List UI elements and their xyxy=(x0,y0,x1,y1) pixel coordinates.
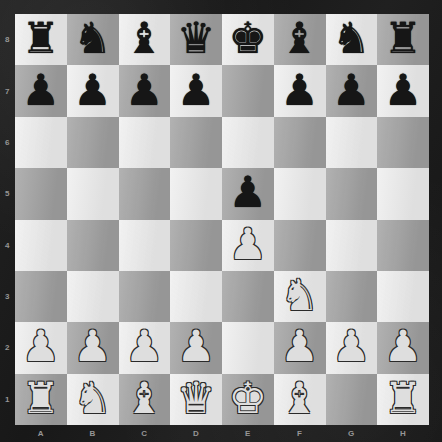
white-pawn-icon: ♟ xyxy=(125,325,164,368)
square-b6[interactable] xyxy=(67,117,119,168)
white-pawn-icon: ♟ xyxy=(73,325,112,368)
black-pawn-icon: ♟ xyxy=(177,69,216,112)
square-b4[interactable] xyxy=(67,220,119,271)
white-pawn-icon: ♟ xyxy=(22,325,61,368)
black-queen-icon: ♛ xyxy=(177,17,216,60)
black-pawn-icon: ♟ xyxy=(229,171,268,214)
square-c5[interactable] xyxy=(119,168,171,219)
black-rook-icon: ♜ xyxy=(384,17,423,60)
square-a2[interactable]: ♟ xyxy=(15,322,67,373)
file-label-a: A xyxy=(15,425,67,442)
square-c2[interactable]: ♟ xyxy=(119,322,171,373)
square-g8[interactable]: ♞ xyxy=(326,14,378,65)
square-a1[interactable]: ♜ xyxy=(15,374,67,425)
square-f7[interactable]: ♟ xyxy=(274,65,326,116)
square-e7[interactable] xyxy=(222,65,274,116)
square-e5[interactable]: ♟ xyxy=(222,168,274,219)
square-a3[interactable] xyxy=(15,271,67,322)
square-g4[interactable] xyxy=(326,220,378,271)
rank-label-4: 4 xyxy=(0,220,15,271)
rank-labels: 87654321 xyxy=(0,14,15,425)
white-knight-icon: ♞ xyxy=(280,274,319,317)
square-d5[interactable] xyxy=(170,168,222,219)
square-e1[interactable]: ♚ xyxy=(222,374,274,425)
square-c3[interactable] xyxy=(119,271,171,322)
white-rook-icon: ♜ xyxy=(22,377,61,420)
white-king-icon: ♚ xyxy=(229,377,268,420)
black-pawn-icon: ♟ xyxy=(125,69,164,112)
file-label-c: C xyxy=(119,425,171,442)
square-g5[interactable] xyxy=(326,168,378,219)
square-b3[interactable] xyxy=(67,271,119,322)
rank-label-7: 7 xyxy=(0,65,15,116)
square-h6[interactable] xyxy=(377,117,429,168)
square-f5[interactable] xyxy=(274,168,326,219)
square-c4[interactable] xyxy=(119,220,171,271)
square-a7[interactable]: ♟ xyxy=(15,65,67,116)
white-bishop-icon: ♝ xyxy=(125,377,164,420)
rank-label-2: 2 xyxy=(0,322,15,373)
square-f4[interactable] xyxy=(274,220,326,271)
rank-label-5: 5 xyxy=(0,168,15,219)
square-g7[interactable]: ♟ xyxy=(326,65,378,116)
black-bishop-icon: ♝ xyxy=(125,17,164,60)
white-pawn-icon: ♟ xyxy=(280,325,319,368)
rank-label-6: 6 xyxy=(0,117,15,168)
black-knight-icon: ♞ xyxy=(332,17,371,60)
square-g2[interactable]: ♟ xyxy=(326,322,378,373)
white-pawn-icon: ♟ xyxy=(177,325,216,368)
square-h7[interactable]: ♟ xyxy=(377,65,429,116)
file-label-b: B xyxy=(67,425,119,442)
black-pawn-icon: ♟ xyxy=(22,69,61,112)
square-e4[interactable]: ♟ xyxy=(222,220,274,271)
square-h1[interactable]: ♜ xyxy=(377,374,429,425)
white-bishop-icon: ♝ xyxy=(280,377,319,420)
square-f8[interactable]: ♝ xyxy=(274,14,326,65)
square-d2[interactable]: ♟ xyxy=(170,322,222,373)
square-h3[interactable] xyxy=(377,271,429,322)
square-g3[interactable] xyxy=(326,271,378,322)
rank-label-8: 8 xyxy=(0,14,15,65)
square-b1[interactable]: ♞ xyxy=(67,374,119,425)
square-b5[interactable] xyxy=(67,168,119,219)
black-pawn-icon: ♟ xyxy=(332,69,371,112)
square-g1[interactable] xyxy=(326,374,378,425)
rank-label-1: 1 xyxy=(0,374,15,425)
black-pawn-icon: ♟ xyxy=(384,69,423,112)
square-e6[interactable] xyxy=(222,117,274,168)
black-king-icon: ♚ xyxy=(229,17,268,60)
square-b7[interactable]: ♟ xyxy=(67,65,119,116)
square-h8[interactable]: ♜ xyxy=(377,14,429,65)
square-e8[interactable]: ♚ xyxy=(222,14,274,65)
square-g6[interactable] xyxy=(326,117,378,168)
square-c8[interactable]: ♝ xyxy=(119,14,171,65)
square-d3[interactable] xyxy=(170,271,222,322)
black-pawn-icon: ♟ xyxy=(73,69,112,112)
square-f6[interactable] xyxy=(274,117,326,168)
square-d7[interactable]: ♟ xyxy=(170,65,222,116)
square-a5[interactable] xyxy=(15,168,67,219)
square-d8[interactable]: ♛ xyxy=(170,14,222,65)
square-b8[interactable]: ♞ xyxy=(67,14,119,65)
white-knight-icon: ♞ xyxy=(73,377,112,420)
square-d4[interactable] xyxy=(170,220,222,271)
square-a4[interactable] xyxy=(15,220,67,271)
file-label-e: E xyxy=(222,425,274,442)
white-queen-icon: ♛ xyxy=(177,377,216,420)
square-a6[interactable] xyxy=(15,117,67,168)
rank-label-3: 3 xyxy=(0,271,15,322)
file-labels: ABCDEFGH xyxy=(15,425,429,442)
square-e3[interactable] xyxy=(222,271,274,322)
square-d6[interactable] xyxy=(170,117,222,168)
square-c1[interactable]: ♝ xyxy=(119,374,171,425)
white-pawn-icon: ♟ xyxy=(384,325,423,368)
black-rook-icon: ♜ xyxy=(22,17,61,60)
black-knight-icon: ♞ xyxy=(73,17,112,60)
white-pawn-icon: ♟ xyxy=(229,223,268,266)
square-f1[interactable]: ♝ xyxy=(274,374,326,425)
black-pawn-icon: ♟ xyxy=(280,69,319,112)
file-label-d: D xyxy=(170,425,222,442)
white-rook-icon: ♜ xyxy=(384,377,423,420)
square-c7[interactable]: ♟ xyxy=(119,65,171,116)
file-label-f: F xyxy=(274,425,326,442)
file-label-h: H xyxy=(377,425,429,442)
square-h4[interactable] xyxy=(377,220,429,271)
square-b2[interactable]: ♟ xyxy=(67,322,119,373)
chess-board: ♜♞♝♛♚♝♞♜♟♟♟♟♟♟♟♟♟♞♟♟♟♟♟♟♟♜♞♝♛♚♝♜ xyxy=(15,14,429,425)
file-label-g: G xyxy=(326,425,378,442)
chess-board-frame: 87654321 ABCDEFGH ♜♞♝♛♚♝♞♜♟♟♟♟♟♟♟♟♟♞♟♟♟♟… xyxy=(0,0,442,442)
square-a8[interactable]: ♜ xyxy=(15,14,67,65)
square-h5[interactable] xyxy=(377,168,429,219)
black-bishop-icon: ♝ xyxy=(280,17,319,60)
square-h2[interactable]: ♟ xyxy=(377,322,429,373)
square-f2[interactable]: ♟ xyxy=(274,322,326,373)
square-c6[interactable] xyxy=(119,117,171,168)
square-e2[interactable] xyxy=(222,322,274,373)
white-pawn-icon: ♟ xyxy=(332,325,371,368)
square-f3[interactable]: ♞ xyxy=(274,271,326,322)
square-d1[interactable]: ♛ xyxy=(170,374,222,425)
